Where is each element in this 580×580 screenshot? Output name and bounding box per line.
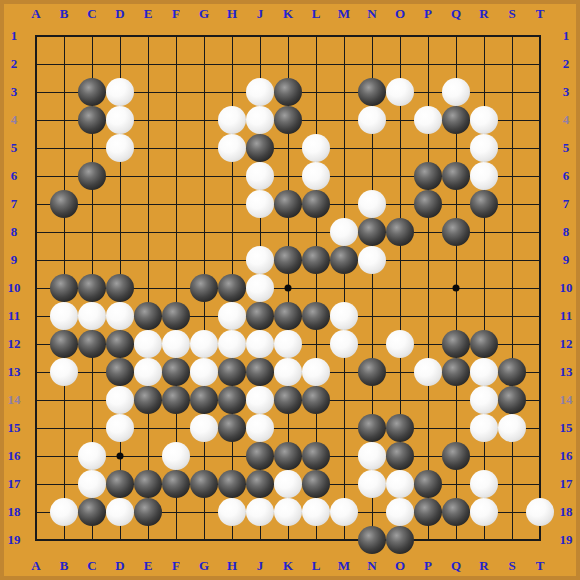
stone-black-P17[interactable]: [414, 470, 442, 498]
stone-black-K3[interactable]: [274, 78, 302, 106]
stone-black-D12[interactable]: [106, 330, 134, 358]
stone-white-H18[interactable]: [218, 498, 246, 526]
col-label-bottom-C: C: [80, 559, 104, 573]
row-label-left-2: 2: [2, 57, 26, 71]
stone-black-L7[interactable]: [302, 190, 330, 218]
row-label-left-10: 10: [2, 281, 26, 295]
stone-black-N3[interactable]: [358, 78, 386, 106]
stone-black-N13[interactable]: [358, 358, 386, 386]
stone-black-H13[interactable]: [218, 358, 246, 386]
stone-white-J7[interactable]: [246, 190, 274, 218]
col-label-top-L: L: [304, 7, 328, 21]
stone-black-S14[interactable]: [498, 386, 526, 414]
stone-black-B10[interactable]: [50, 274, 78, 302]
stone-black-K4[interactable]: [274, 106, 302, 134]
stone-black-J17[interactable]: [246, 470, 274, 498]
row-label-right-4: 4: [554, 113, 578, 127]
stone-white-P13[interactable]: [414, 358, 442, 386]
row-label-left-4: 4: [2, 113, 26, 127]
row-label-right-3: 3: [554, 85, 578, 99]
row-label-left-9: 9: [2, 253, 26, 267]
stone-black-Q13[interactable]: [442, 358, 470, 386]
stone-white-J14[interactable]: [246, 386, 274, 414]
col-label-bottom-A: A: [24, 559, 48, 573]
col-label-top-K: K: [276, 7, 300, 21]
row-label-right-5: 5: [554, 141, 578, 155]
stone-black-N8[interactable]: [358, 218, 386, 246]
stone-white-D4[interactable]: [106, 106, 134, 134]
col-label-top-J: J: [248, 7, 272, 21]
row-label-left-17: 17: [2, 477, 26, 491]
col-label-top-O: O: [388, 7, 412, 21]
stone-white-F16[interactable]: [162, 442, 190, 470]
stone-black-K7[interactable]: [274, 190, 302, 218]
stone-black-B7[interactable]: [50, 190, 78, 218]
stone-white-D14[interactable]: [106, 386, 134, 414]
stone-black-K14[interactable]: [274, 386, 302, 414]
stone-black-Q18[interactable]: [442, 498, 470, 526]
row-label-right-11: 11: [554, 309, 578, 323]
col-label-top-S: S: [500, 7, 524, 21]
row-label-left-7: 7: [2, 197, 26, 211]
stone-black-N15[interactable]: [358, 414, 386, 442]
row-label-left-8: 8: [2, 225, 26, 239]
stone-black-O8[interactable]: [386, 218, 414, 246]
stone-black-D17[interactable]: [106, 470, 134, 498]
stone-black-J16[interactable]: [246, 442, 274, 470]
col-label-bottom-Q: Q: [444, 559, 468, 573]
stone-white-C16[interactable]: [78, 442, 106, 470]
row-label-right-7: 7: [554, 197, 578, 211]
stone-white-J9[interactable]: [246, 246, 274, 274]
stone-white-D11[interactable]: [106, 302, 134, 330]
stone-black-F14[interactable]: [162, 386, 190, 414]
stone-black-L11[interactable]: [302, 302, 330, 330]
stone-black-P7[interactable]: [414, 190, 442, 218]
stone-black-C18[interactable]: [78, 498, 106, 526]
row-label-right-10: 10: [554, 281, 578, 295]
row-label-right-15: 15: [554, 421, 578, 435]
stone-black-R12[interactable]: [470, 330, 498, 358]
stone-black-G10[interactable]: [190, 274, 218, 302]
stone-black-Q12[interactable]: [442, 330, 470, 358]
stone-black-O16[interactable]: [386, 442, 414, 470]
stone-black-L16[interactable]: [302, 442, 330, 470]
stone-white-H5[interactable]: [218, 134, 246, 162]
stone-black-H14[interactable]: [218, 386, 246, 414]
stone-white-K17[interactable]: [274, 470, 302, 498]
col-label-bottom-H: H: [220, 559, 244, 573]
stone-white-G13[interactable]: [190, 358, 218, 386]
stone-black-G17[interactable]: [190, 470, 218, 498]
stone-white-J18[interactable]: [246, 498, 274, 526]
col-label-top-M: M: [332, 7, 356, 21]
stone-white-G12[interactable]: [190, 330, 218, 358]
stone-white-R17[interactable]: [470, 470, 498, 498]
stone-black-P6[interactable]: [414, 162, 442, 190]
row-label-left-18: 18: [2, 505, 26, 519]
stone-black-Q16[interactable]: [442, 442, 470, 470]
stone-black-D13[interactable]: [106, 358, 134, 386]
stone-white-D15[interactable]: [106, 414, 134, 442]
col-label-bottom-B: B: [52, 559, 76, 573]
stone-white-H12[interactable]: [218, 330, 246, 358]
stone-white-M11[interactable]: [330, 302, 358, 330]
row-label-left-15: 15: [2, 421, 26, 435]
stone-black-K11[interactable]: [274, 302, 302, 330]
row-label-right-1: 1: [554, 29, 578, 43]
stone-black-E17[interactable]: [134, 470, 162, 498]
stone-white-J10[interactable]: [246, 274, 274, 302]
stone-white-O12[interactable]: [386, 330, 414, 358]
stone-black-D10[interactable]: [106, 274, 134, 302]
col-label-bottom-P: P: [416, 559, 440, 573]
go-board-screenshot: ABCDEFGHJKLMNOPQRST ABCDEFGHJKLMNOPQRST …: [0, 0, 580, 580]
stone-black-L9[interactable]: [302, 246, 330, 274]
stone-white-H4[interactable]: [218, 106, 246, 134]
row-label-right-2: 2: [554, 57, 578, 71]
stone-white-S15[interactable]: [498, 414, 526, 442]
stone-white-R15[interactable]: [470, 414, 498, 442]
row-label-left-5: 5: [2, 141, 26, 155]
star-point-K10: [285, 285, 292, 292]
stone-white-J4[interactable]: [246, 106, 274, 134]
stone-black-S13[interactable]: [498, 358, 526, 386]
stone-black-C4[interactable]: [78, 106, 106, 134]
col-label-bottom-M: M: [332, 559, 356, 573]
col-label-bottom-G: G: [192, 559, 216, 573]
stone-black-P18[interactable]: [414, 498, 442, 526]
star-point-Q10: [453, 285, 460, 292]
row-label-right-13: 13: [554, 365, 578, 379]
stone-black-H17[interactable]: [218, 470, 246, 498]
stone-white-M8[interactable]: [330, 218, 358, 246]
stone-white-L5[interactable]: [302, 134, 330, 162]
stone-white-D5[interactable]: [106, 134, 134, 162]
stone-white-K18[interactable]: [274, 498, 302, 526]
stone-white-D3[interactable]: [106, 78, 134, 106]
stone-white-G15[interactable]: [190, 414, 218, 442]
col-label-bottom-J: J: [248, 559, 272, 573]
col-label-top-F: F: [164, 7, 188, 21]
stone-white-P4[interactable]: [414, 106, 442, 134]
stone-white-K13[interactable]: [274, 358, 302, 386]
stone-white-R13[interactable]: [470, 358, 498, 386]
stone-white-C17[interactable]: [78, 470, 106, 498]
col-label-top-D: D: [108, 7, 132, 21]
col-label-bottom-N: N: [360, 559, 384, 573]
col-label-bottom-O: O: [388, 559, 412, 573]
col-label-bottom-L: L: [304, 559, 328, 573]
row-label-right-18: 18: [554, 505, 578, 519]
stone-white-N17[interactable]: [358, 470, 386, 498]
stone-black-L14[interactable]: [302, 386, 330, 414]
stone-white-R4[interactable]: [470, 106, 498, 134]
stone-white-T18[interactable]: [526, 498, 554, 526]
star-point-D16: [117, 453, 124, 460]
row-label-left-1: 1: [2, 29, 26, 43]
stone-black-C10[interactable]: [78, 274, 106, 302]
stone-black-F13[interactable]: [162, 358, 190, 386]
row-label-left-19: 19: [2, 533, 26, 547]
stone-white-L6[interactable]: [302, 162, 330, 190]
stone-black-K16[interactable]: [274, 442, 302, 470]
stone-white-B18[interactable]: [50, 498, 78, 526]
col-label-top-C: C: [80, 7, 104, 21]
stone-black-F17[interactable]: [162, 470, 190, 498]
row-label-left-14: 14: [2, 393, 26, 407]
stone-black-C3[interactable]: [78, 78, 106, 106]
stone-white-O17[interactable]: [386, 470, 414, 498]
stone-black-M9[interactable]: [330, 246, 358, 274]
stone-black-J13[interactable]: [246, 358, 274, 386]
stone-black-O15[interactable]: [386, 414, 414, 442]
row-label-right-6: 6: [554, 169, 578, 183]
stone-black-E14[interactable]: [134, 386, 162, 414]
stone-white-R6[interactable]: [470, 162, 498, 190]
stone-white-F12[interactable]: [162, 330, 190, 358]
row-label-right-12: 12: [554, 337, 578, 351]
stone-black-N19[interactable]: [358, 526, 386, 554]
stone-white-B13[interactable]: [50, 358, 78, 386]
stone-white-K12[interactable]: [274, 330, 302, 358]
stone-black-Q4[interactable]: [442, 106, 470, 134]
stone-white-C11[interactable]: [78, 302, 106, 330]
stone-black-E18[interactable]: [134, 498, 162, 526]
col-label-top-R: R: [472, 7, 496, 21]
stone-black-C6[interactable]: [78, 162, 106, 190]
col-label-top-P: P: [416, 7, 440, 21]
row-label-left-11: 11: [2, 309, 26, 323]
stone-white-N16[interactable]: [358, 442, 386, 470]
col-label-bottom-S: S: [500, 559, 524, 573]
col-label-top-E: E: [136, 7, 160, 21]
col-label-bottom-T: T: [528, 559, 552, 573]
stone-white-H11[interactable]: [218, 302, 246, 330]
row-label-left-6: 6: [2, 169, 26, 183]
stone-white-M12[interactable]: [330, 330, 358, 358]
stone-black-J5[interactable]: [246, 134, 274, 162]
stone-black-F11[interactable]: [162, 302, 190, 330]
col-label-bottom-K: K: [276, 559, 300, 573]
col-label-top-N: N: [360, 7, 384, 21]
stone-white-N9[interactable]: [358, 246, 386, 274]
col-label-bottom-F: F: [164, 559, 188, 573]
stone-white-J6[interactable]: [246, 162, 274, 190]
row-label-left-3: 3: [2, 85, 26, 99]
stone-white-O3[interactable]: [386, 78, 414, 106]
col-label-bottom-D: D: [108, 559, 132, 573]
stone-black-H10[interactable]: [218, 274, 246, 302]
stone-black-Q6[interactable]: [442, 162, 470, 190]
stone-white-D18[interactable]: [106, 498, 134, 526]
col-label-bottom-E: E: [136, 559, 160, 573]
col-label-bottom-R: R: [472, 559, 496, 573]
stone-black-O19[interactable]: [386, 526, 414, 554]
stone-black-L17[interactable]: [302, 470, 330, 498]
col-label-top-Q: Q: [444, 7, 468, 21]
stone-black-J11[interactable]: [246, 302, 274, 330]
stone-white-O18[interactable]: [386, 498, 414, 526]
stone-white-E13[interactable]: [134, 358, 162, 386]
row-label-right-14: 14: [554, 393, 578, 407]
stone-black-C12[interactable]: [78, 330, 106, 358]
stone-black-E11[interactable]: [134, 302, 162, 330]
stone-black-K9[interactable]: [274, 246, 302, 274]
row-label-right-19: 19: [554, 533, 578, 547]
stone-white-J12[interactable]: [246, 330, 274, 358]
col-label-top-T: T: [528, 7, 552, 21]
col-label-top-H: H: [220, 7, 244, 21]
stone-black-Q8[interactable]: [442, 218, 470, 246]
stone-white-R18[interactable]: [470, 498, 498, 526]
col-label-top-G: G: [192, 7, 216, 21]
stone-white-M18[interactable]: [330, 498, 358, 526]
row-label-left-13: 13: [2, 365, 26, 379]
stone-white-L13[interactable]: [302, 358, 330, 386]
stone-white-B11[interactable]: [50, 302, 78, 330]
stone-white-Q3[interactable]: [442, 78, 470, 106]
stone-white-E12[interactable]: [134, 330, 162, 358]
row-label-right-17: 17: [554, 477, 578, 491]
stone-white-J3[interactable]: [246, 78, 274, 106]
row-label-left-16: 16: [2, 449, 26, 463]
stone-black-H15[interactable]: [218, 414, 246, 442]
stone-white-N7[interactable]: [358, 190, 386, 218]
stone-white-J15[interactable]: [246, 414, 274, 442]
stone-black-R7[interactable]: [470, 190, 498, 218]
stone-white-L18[interactable]: [302, 498, 330, 526]
stone-black-G14[interactable]: [190, 386, 218, 414]
row-label-right-16: 16: [554, 449, 578, 463]
stone-white-R5[interactable]: [470, 134, 498, 162]
row-label-right-9: 9: [554, 253, 578, 267]
col-label-top-A: A: [24, 7, 48, 21]
stone-black-B12[interactable]: [50, 330, 78, 358]
col-label-top-B: B: [52, 7, 76, 21]
row-label-right-8: 8: [554, 225, 578, 239]
stone-white-N4[interactable]: [358, 106, 386, 134]
stone-white-R14[interactable]: [470, 386, 498, 414]
row-label-left-12: 12: [2, 337, 26, 351]
